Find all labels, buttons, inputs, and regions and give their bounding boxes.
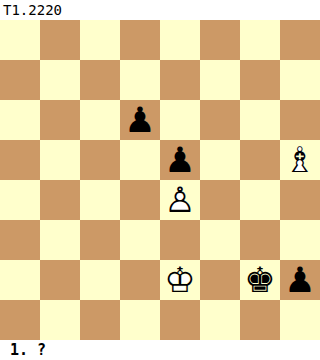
square-a2[interactable] xyxy=(0,260,40,300)
square-g1[interactable] xyxy=(240,300,280,340)
black-pawn[interactable]: ♟ xyxy=(160,140,200,180)
square-c3[interactable] xyxy=(80,220,120,260)
square-f8[interactable] xyxy=(200,20,240,60)
square-h8[interactable] xyxy=(280,20,320,60)
square-c2[interactable] xyxy=(80,260,120,300)
white-king[interactable]: ♚♔ xyxy=(160,260,200,300)
square-g8[interactable] xyxy=(240,20,280,60)
square-a5[interactable] xyxy=(0,140,40,180)
square-f4[interactable] xyxy=(200,180,240,220)
square-h6[interactable] xyxy=(280,100,320,140)
square-d5[interactable] xyxy=(120,140,160,180)
square-a4[interactable] xyxy=(0,180,40,220)
chess-board: ♟♟♝♗♟♙♚♔♚♟ xyxy=(0,20,320,340)
square-c1[interactable] xyxy=(80,300,120,340)
square-d3[interactable] xyxy=(120,220,160,260)
square-d1[interactable] xyxy=(120,300,160,340)
white-king-glyph: ♔ xyxy=(164,263,195,298)
move-prompt: 1. ? xyxy=(10,341,46,359)
square-a1[interactable] xyxy=(0,300,40,340)
chess-puzzle-window: T1.2220 ♟♟♝♗♟♙♚♔♚♟ 1. ? xyxy=(0,0,320,360)
white-pawn-glyph: ♙ xyxy=(164,183,195,218)
square-f3[interactable] xyxy=(200,220,240,260)
square-f7[interactable] xyxy=(200,60,240,100)
square-b7[interactable] xyxy=(40,60,80,100)
square-d2[interactable] xyxy=(120,260,160,300)
black-pawn-glyph: ♟ xyxy=(124,103,155,138)
square-d7[interactable] xyxy=(120,60,160,100)
square-c7[interactable] xyxy=(80,60,120,100)
square-b3[interactable] xyxy=(40,220,80,260)
square-e1[interactable] xyxy=(160,300,200,340)
square-b6[interactable] xyxy=(40,100,80,140)
square-e3[interactable] xyxy=(160,220,200,260)
square-f5[interactable] xyxy=(200,140,240,180)
white-bishop[interactable]: ♝♗ xyxy=(280,140,320,180)
square-e6[interactable] xyxy=(160,100,200,140)
square-a6[interactable] xyxy=(0,100,40,140)
black-pawn[interactable]: ♟ xyxy=(120,100,160,140)
square-g4[interactable] xyxy=(240,180,280,220)
square-a3[interactable] xyxy=(0,220,40,260)
square-h3[interactable] xyxy=(280,220,320,260)
square-d6[interactable]: ♟ xyxy=(120,100,160,140)
square-e7[interactable] xyxy=(160,60,200,100)
black-pawn-glyph: ♟ xyxy=(284,263,315,298)
square-b8[interactable] xyxy=(40,20,80,60)
square-h5[interactable]: ♝♗ xyxy=(280,140,320,180)
square-g2[interactable]: ♚ xyxy=(240,260,280,300)
black-pawn-glyph: ♟ xyxy=(164,143,195,178)
puzzle-id: T1.2220 xyxy=(3,1,62,19)
square-a8[interactable] xyxy=(0,20,40,60)
square-e5[interactable]: ♟ xyxy=(160,140,200,180)
black-pawn[interactable]: ♟ xyxy=(280,260,320,300)
square-b2[interactable] xyxy=(40,260,80,300)
square-g7[interactable] xyxy=(240,60,280,100)
square-c8[interactable] xyxy=(80,20,120,60)
square-g6[interactable] xyxy=(240,100,280,140)
square-c5[interactable] xyxy=(80,140,120,180)
square-e2[interactable]: ♚♔ xyxy=(160,260,200,300)
square-g5[interactable] xyxy=(240,140,280,180)
square-h2[interactable]: ♟ xyxy=(280,260,320,300)
square-h4[interactable] xyxy=(280,180,320,220)
square-e8[interactable] xyxy=(160,20,200,60)
square-b4[interactable] xyxy=(40,180,80,220)
square-b5[interactable] xyxy=(40,140,80,180)
square-f6[interactable] xyxy=(200,100,240,140)
black-king-glyph: ♚ xyxy=(244,263,275,298)
square-a7[interactable] xyxy=(0,60,40,100)
square-h1[interactable] xyxy=(280,300,320,340)
square-e4[interactable]: ♟♙ xyxy=(160,180,200,220)
square-f2[interactable] xyxy=(200,260,240,300)
square-c4[interactable] xyxy=(80,180,120,220)
square-b1[interactable] xyxy=(40,300,80,340)
square-d8[interactable] xyxy=(120,20,160,60)
black-king[interactable]: ♚ xyxy=(240,260,280,300)
square-g3[interactable] xyxy=(240,220,280,260)
square-d4[interactable] xyxy=(120,180,160,220)
square-h7[interactable] xyxy=(280,60,320,100)
square-c6[interactable] xyxy=(80,100,120,140)
white-bishop-glyph: ♗ xyxy=(284,143,315,178)
square-f1[interactable] xyxy=(200,300,240,340)
white-pawn[interactable]: ♟♙ xyxy=(160,180,200,220)
